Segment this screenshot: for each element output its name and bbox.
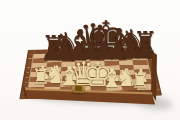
piece-black-pawn: ♟ <box>133 37 156 62</box>
pieces-layer: ♜♞♝♛♚♝♞♜♟♟♟♟♟♟♟♟♟♟♟♟♟♟♟♟♜♞♝♛♚♝♞♜ <box>0 0 180 120</box>
piece-white-rook: ♜ <box>131 70 150 91</box>
chess-set-photo: ♜♞♝♛♚♝♞♜♟♟♟♟♟♟♟♟♟♟♟♟♟♟♟♟♜♞♝♛♚♝♞♜ <box>0 0 180 120</box>
